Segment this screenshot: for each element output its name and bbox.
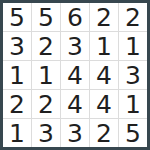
grid-cell[interactable]: 5 xyxy=(32,3,60,31)
grid-cell[interactable]: 2 xyxy=(90,3,118,31)
grid-cell[interactable]: 4 xyxy=(90,61,118,89)
grid-cell[interactable]: 2 xyxy=(32,90,60,118)
grid-cell[interactable]: 1 xyxy=(90,32,118,60)
grid-cell[interactable]: 3 xyxy=(61,32,89,60)
grid-cell[interactable]: 1 xyxy=(3,61,31,89)
grid-cell[interactable]: 5 xyxy=(119,119,147,147)
grid-cell[interactable]: 2 xyxy=(90,119,118,147)
grid-cell[interactable]: 1 xyxy=(119,90,147,118)
grid-cell[interactable]: 4 xyxy=(90,90,118,118)
puzzle-stage: 5562232311114432244113325 xyxy=(0,0,150,150)
grid-cell[interactable]: 3 xyxy=(119,61,147,89)
grid-cell[interactable]: 4 xyxy=(61,61,89,89)
grid-cell[interactable]: 3 xyxy=(32,119,60,147)
grid-cell[interactable]: 1 xyxy=(3,119,31,147)
grid-cell[interactable]: 2 xyxy=(119,3,147,31)
grid-cell[interactable]: 5 xyxy=(3,3,31,31)
grid-cell[interactable]: 6 xyxy=(61,3,89,31)
grid-cell[interactable]: 2 xyxy=(3,90,31,118)
grid-cell[interactable]: 1 xyxy=(32,61,60,89)
grid-cell[interactable]: 3 xyxy=(61,119,89,147)
grid-cell[interactable]: 1 xyxy=(119,32,147,60)
grid-cell[interactable]: 2 xyxy=(32,32,60,60)
puzzle-board: 5562232311114432244113325 xyxy=(0,0,150,150)
grid-cell[interactable]: 3 xyxy=(3,32,31,60)
grid-cell[interactable]: 4 xyxy=(61,90,89,118)
